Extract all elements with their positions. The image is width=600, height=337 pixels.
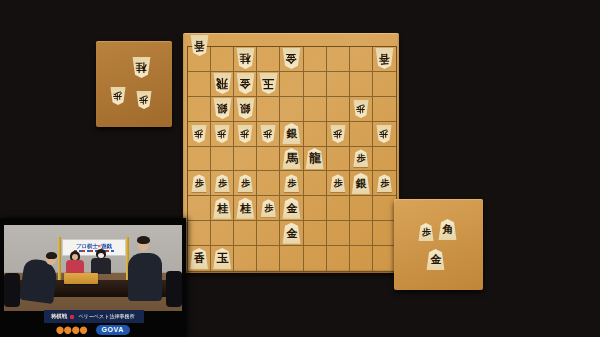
shogi-piece-sente[interactable]: 歩 xyxy=(237,174,253,192)
board-square[interactable]: 歩 xyxy=(350,97,373,122)
shogi-piece-sente[interactable]: 歩 xyxy=(283,174,299,192)
board-square[interactable] xyxy=(350,221,373,246)
footer-badge: GOVA xyxy=(96,325,130,335)
board-square[interactable]: 歩 xyxy=(211,171,234,196)
board-square[interactable] xyxy=(188,97,211,122)
board-square[interactable]: 龍 xyxy=(304,147,327,172)
board-square[interactable]: 歩 xyxy=(211,122,234,147)
shogi-piece-gote[interactable]: 歩 xyxy=(237,125,253,143)
shogi-piece-gote[interactable]: 金 xyxy=(282,48,301,69)
board-square[interactable]: 桂 xyxy=(211,196,234,221)
board-square[interactable] xyxy=(304,72,327,97)
board-square[interactable] xyxy=(304,171,327,196)
board-square[interactable] xyxy=(280,97,303,122)
board-square[interactable] xyxy=(304,122,327,147)
board-square[interactable]: 歩 xyxy=(373,171,396,196)
board-square[interactable]: 歩 xyxy=(327,122,350,147)
webcam-overlay: プロ棋士×遊戯 将棋戦 ベリー xyxy=(0,218,186,337)
shogi-piece-gote[interactable]: 歩 xyxy=(376,125,392,143)
board-square[interactable]: 金 xyxy=(280,47,303,72)
board-square[interactable] xyxy=(211,221,234,246)
shogi-piece-sente[interactable]: 歩 xyxy=(191,174,207,192)
board-square[interactable]: 歩 xyxy=(257,122,280,147)
stage-banner-subtext xyxy=(74,250,114,252)
board-square[interactable]: 歩 xyxy=(234,171,257,196)
shogi-piece-sente[interactable]: 歩 xyxy=(214,174,230,192)
shogi-piece-sente[interactable]: 金 xyxy=(426,249,445,270)
sponsor-bar: 将棋戦 ベリーベスト法律事務所 xyxy=(44,310,144,323)
mini-shogi-board xyxy=(64,273,98,284)
shogi-piece-sente[interactable]: 玉 xyxy=(213,248,232,269)
shogi-piece-gote[interactable]: 桂 xyxy=(132,57,151,78)
board-square[interactable]: 歩 xyxy=(350,147,373,172)
shogi-piece-sente[interactable]: 金 xyxy=(282,223,301,244)
board-square[interactable] xyxy=(257,97,280,122)
board-square[interactable] xyxy=(350,47,373,72)
gote-captured-stand: 桂歩歩 xyxy=(96,41,172,127)
board-square[interactable] xyxy=(234,221,257,246)
board-square[interactable] xyxy=(257,47,280,72)
board-square[interactable] xyxy=(327,97,350,122)
board-square[interactable]: 香 xyxy=(373,47,396,72)
board-square[interactable] xyxy=(373,147,396,172)
shogi-piece-gote[interactable]: 歩 xyxy=(260,125,276,143)
board-square[interactable] xyxy=(188,196,211,221)
board-square[interactable] xyxy=(257,171,280,196)
board-square[interactable] xyxy=(234,147,257,172)
shogi-piece-gote[interactable]: 歩 xyxy=(353,100,369,118)
board-square[interactable] xyxy=(304,196,327,221)
board-square[interactable] xyxy=(350,246,373,271)
board-square[interactable]: 玉 xyxy=(211,246,234,271)
board-grid: 桂金香飛金玉銀銀歩歩歩歩歩銀歩歩馬龍歩歩歩歩歩歩銀歩桂桂歩金金香玉 xyxy=(187,46,397,272)
board-square[interactable] xyxy=(327,246,350,271)
footer-orange-logo: ⬤⬤⬤⬤ xyxy=(56,326,87,334)
shogi-piece-gote[interactable]: 歩 xyxy=(330,125,346,143)
board-square[interactable]: 桂 xyxy=(234,196,257,221)
board-square[interactable]: 歩 xyxy=(257,196,280,221)
shogi-piece-sente[interactable]: 龍 xyxy=(305,148,324,169)
shogi-piece-gote[interactable]: 銀 xyxy=(236,98,255,119)
board-square[interactable]: 歩 xyxy=(188,122,211,147)
shogi-board: 桂金香飛金玉銀銀歩歩歩歩歩銀歩歩馬龍歩歩歩歩歩歩銀歩桂桂歩金金香玉 香 xyxy=(183,33,399,273)
board-square[interactable]: 歩 xyxy=(373,122,396,147)
sponsor-logo: 将棋戦 xyxy=(51,312,67,320)
board-square[interactable] xyxy=(304,221,327,246)
board-square[interactable] xyxy=(280,72,303,97)
shogi-piece-sente[interactable]: 馬 xyxy=(282,148,301,169)
shogi-piece-sente[interactable]: 歩 xyxy=(418,223,434,241)
board-square[interactable] xyxy=(211,147,234,172)
shogi-piece-gote[interactable]: 歩 xyxy=(136,91,152,109)
board-square[interactable]: 馬 xyxy=(280,147,303,172)
sponsor-name: ベリーベスト法律事務所 xyxy=(79,313,135,319)
shogi-piece-gote[interactable]: 歩 xyxy=(214,125,230,143)
board-square[interactable] xyxy=(327,47,350,72)
board-square[interactable]: 香 xyxy=(188,246,211,271)
shogi-piece-gote[interactable]: 歩 xyxy=(110,87,126,105)
shogi-piece-sente[interactable]: 歩 xyxy=(260,199,276,217)
board-square[interactable] xyxy=(373,72,396,97)
studio-scene: プロ棋士×遊戯 xyxy=(4,225,182,311)
chair-left xyxy=(4,273,20,307)
shogi-piece-gote[interactable]: 桂 xyxy=(236,48,255,69)
shogi-piece-gote[interactable]: 銀 xyxy=(213,98,232,119)
shogi-piece-sente[interactable]: 桂 xyxy=(236,198,255,219)
board-square[interactable] xyxy=(350,196,373,221)
board-square[interactable]: 歩 xyxy=(188,171,211,196)
board-square[interactable] xyxy=(211,47,234,72)
board-square[interactable] xyxy=(257,246,280,271)
board-square[interactable] xyxy=(280,246,303,271)
board-square[interactable]: 金 xyxy=(234,72,257,97)
chair-right xyxy=(166,271,182,307)
board-square[interactable] xyxy=(257,221,280,246)
stage-banner-text: プロ棋士×遊戯 xyxy=(76,243,112,248)
board-square[interactable] xyxy=(327,221,350,246)
board-square[interactable] xyxy=(188,221,211,246)
shogi-piece-sente[interactable]: 角 xyxy=(438,219,457,240)
board-square[interactable] xyxy=(373,246,396,271)
board-square[interactable] xyxy=(327,72,350,97)
shogi-piece-sente[interactable]: 金 xyxy=(282,198,301,219)
board-square[interactable]: 金 xyxy=(280,196,303,221)
board-square[interactable] xyxy=(234,246,257,271)
board-square[interactable] xyxy=(188,72,211,97)
board-square[interactable] xyxy=(373,97,396,122)
board-square[interactable]: 歩 xyxy=(327,171,350,196)
board-square[interactable] xyxy=(327,196,350,221)
board-square[interactable]: 飛 xyxy=(211,72,234,97)
shogi-piece-sente[interactable]: 銀 xyxy=(351,173,370,194)
board-square[interactable]: 金 xyxy=(280,221,303,246)
shogi-piece-gote[interactable]: 歩 xyxy=(191,125,207,143)
board-square[interactable]: 銀 xyxy=(211,97,234,122)
sente-captured-stand: 歩角金 xyxy=(394,199,483,290)
board-square[interactable]: 玉 xyxy=(257,72,280,97)
board-square[interactable] xyxy=(304,47,327,72)
board-square[interactable] xyxy=(304,97,327,122)
sponsor-red-mark xyxy=(70,315,74,319)
shogi-piece-gote[interactable]: 金 xyxy=(236,73,255,94)
board-square[interactable] xyxy=(304,246,327,271)
shogi-piece-sente[interactable]: 歩 xyxy=(330,174,346,192)
shogi-piece-sente[interactable]: 歩 xyxy=(353,149,369,167)
board-square[interactable] xyxy=(373,196,396,221)
shogi-piece-sente[interactable]: 桂 xyxy=(213,198,232,219)
shogi-piece-gote[interactable]: 香 xyxy=(375,48,394,69)
board-square[interactable]: 銀 xyxy=(234,97,257,122)
shogi-piece-sente[interactable]: 香 xyxy=(190,248,209,269)
shogi-piece-gote[interactable]: 飛 xyxy=(213,73,232,94)
board-square[interactable]: 桂 xyxy=(234,47,257,72)
board-square[interactable] xyxy=(257,147,280,172)
board-square[interactable]: 歩 xyxy=(280,171,303,196)
shogi-piece-sente[interactable]: 歩 xyxy=(376,174,392,192)
board-square[interactable]: 銀 xyxy=(280,122,303,147)
shogi-piece-sente[interactable]: 銀 xyxy=(282,123,301,144)
board-square[interactable] xyxy=(327,147,350,172)
board-square[interactable] xyxy=(350,72,373,97)
board-square[interactable] xyxy=(188,147,211,172)
shogi-piece-gote[interactable]: 玉 xyxy=(259,73,278,94)
board-square[interactable]: 銀 xyxy=(350,171,373,196)
cam-footer: ⬤⬤⬤⬤ GOVA xyxy=(0,323,186,337)
board-square[interactable]: 歩 xyxy=(234,122,257,147)
board-square[interactable] xyxy=(373,221,396,246)
board-square[interactable] xyxy=(350,122,373,147)
